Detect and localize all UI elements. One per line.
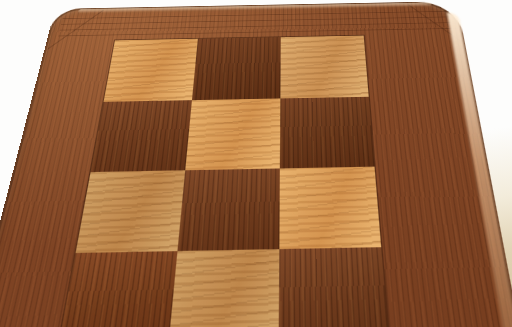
checkerboard-field bbox=[38, 36, 399, 327]
board-square-r4c1-dark bbox=[58, 251, 177, 327]
photo-scene bbox=[0, 0, 512, 327]
board-square-r4c2-light bbox=[168, 249, 279, 327]
board-square-r1c3-light bbox=[280, 36, 368, 99]
board-square-r2c2-light bbox=[185, 98, 280, 170]
frame-miter-joint-left bbox=[48, 10, 104, 49]
board-square-r3c2-dark bbox=[177, 168, 279, 251]
board-square-r2c3-dark bbox=[280, 97, 375, 169]
board-square-r2c1-dark bbox=[91, 100, 192, 172]
frame-banding-seams bbox=[58, 11, 453, 39]
board-square-r3c3-light bbox=[279, 167, 381, 249]
board-square-r3c1-light bbox=[76, 170, 186, 253]
table-perspective-wrapper bbox=[55, 1, 469, 327]
board-square-r4c3-dark bbox=[279, 247, 389, 327]
board-square-r1c2-dark bbox=[192, 37, 281, 100]
games-table-top bbox=[0, 1, 512, 327]
board-square-r1c1-light bbox=[104, 39, 198, 102]
